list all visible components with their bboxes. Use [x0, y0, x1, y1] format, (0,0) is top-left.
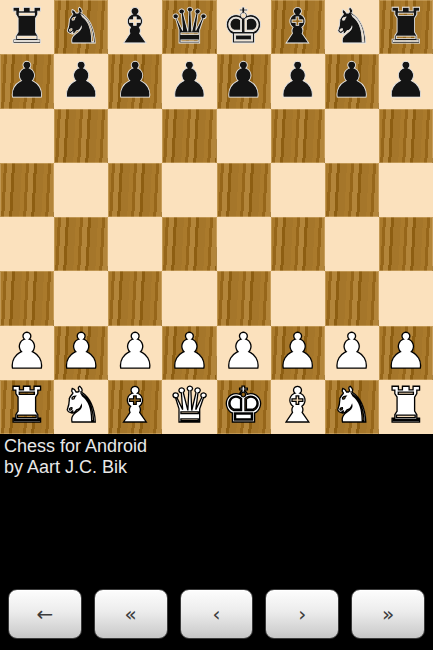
- square-h2[interactable]: ♟: [379, 326, 433, 380]
- square-d1[interactable]: ♛: [162, 380, 216, 434]
- square-c5[interactable]: [108, 163, 162, 217]
- piece-black-knight: ♞: [330, 2, 374, 51]
- square-e1[interactable]: ♚: [217, 380, 271, 434]
- square-c3[interactable]: [108, 271, 162, 325]
- piece-white-queen: ♛: [167, 381, 211, 430]
- square-d8[interactable]: ♛: [162, 0, 216, 54]
- square-b7[interactable]: ♟: [54, 54, 108, 108]
- piece-black-queen: ♛: [167, 2, 211, 51]
- square-g3[interactable]: [325, 271, 379, 325]
- piece-white-pawn: ♟: [113, 327, 157, 376]
- piece-white-pawn: ♟: [167, 327, 211, 376]
- square-a2[interactable]: ♟: [0, 326, 54, 380]
- square-d4[interactable]: [162, 217, 216, 271]
- square-b6[interactable]: [54, 109, 108, 163]
- jump-start-button[interactable]: «: [94, 589, 168, 639]
- square-e7[interactable]: ♟: [217, 54, 271, 108]
- background-spacer: [0, 481, 433, 589]
- piece-white-pawn: ♟: [384, 327, 428, 376]
- jump-end-button[interactable]: »: [351, 589, 425, 639]
- piece-black-rook: ♜: [5, 2, 49, 51]
- square-h6[interactable]: [379, 109, 433, 163]
- square-e3[interactable]: [217, 271, 271, 325]
- piece-white-bishop: ♝: [276, 381, 320, 430]
- square-e5[interactable]: [217, 163, 271, 217]
- piece-white-pawn: ♟: [276, 327, 320, 376]
- square-d3[interactable]: [162, 271, 216, 325]
- piece-white-pawn: ♟: [59, 327, 103, 376]
- square-f4[interactable]: [271, 217, 325, 271]
- square-g4[interactable]: [325, 217, 379, 271]
- square-e4[interactable]: [217, 217, 271, 271]
- piece-white-knight: ♞: [330, 381, 374, 430]
- piece-black-pawn: ♟: [276, 56, 320, 105]
- square-f7[interactable]: ♟: [271, 54, 325, 108]
- piece-black-bishop: ♝: [113, 2, 157, 51]
- square-c8[interactable]: ♝: [108, 0, 162, 54]
- square-c4[interactable]: [108, 217, 162, 271]
- square-b4[interactable]: [54, 217, 108, 271]
- piece-white-pawn: ♟: [5, 327, 49, 376]
- square-g6[interactable]: [325, 109, 379, 163]
- square-b1[interactable]: ♞: [54, 380, 108, 434]
- square-b3[interactable]: [54, 271, 108, 325]
- piece-black-pawn: ♟: [113, 56, 157, 105]
- square-a4[interactable]: [0, 217, 54, 271]
- square-a7[interactable]: ♟: [0, 54, 54, 108]
- square-a8[interactable]: ♜: [0, 0, 54, 54]
- square-f5[interactable]: [271, 163, 325, 217]
- square-d2[interactable]: ♟: [162, 326, 216, 380]
- piece-black-pawn: ♟: [5, 56, 49, 105]
- piece-black-pawn: ♟: [330, 56, 374, 105]
- square-c6[interactable]: [108, 109, 162, 163]
- navigation-bar: ← « ‹ › »: [0, 589, 433, 650]
- piece-white-bishop: ♝: [113, 381, 157, 430]
- back-arrow-button[interactable]: ←: [8, 589, 82, 639]
- square-h5[interactable]: [379, 163, 433, 217]
- piece-black-pawn: ♟: [167, 56, 211, 105]
- square-e2[interactable]: ♟: [217, 326, 271, 380]
- square-c2[interactable]: ♟: [108, 326, 162, 380]
- square-h4[interactable]: [379, 217, 433, 271]
- square-g2[interactable]: ♟: [325, 326, 379, 380]
- square-e6[interactable]: [217, 109, 271, 163]
- chess-board: ♜♞♝♛♚♝♞♜♟♟♟♟♟♟♟♟♟♟♟♟♟♟♟♟♜♞♝♛♚♝♞♜: [0, 0, 433, 434]
- piece-white-pawn: ♟: [330, 327, 374, 376]
- square-a6[interactable]: [0, 109, 54, 163]
- square-f8[interactable]: ♝: [271, 0, 325, 54]
- square-a3[interactable]: [0, 271, 54, 325]
- square-h1[interactable]: ♜: [379, 380, 433, 434]
- piece-white-pawn: ♟: [222, 327, 266, 376]
- app-title: Chess for Android: [4, 436, 429, 457]
- piece-black-king: ♚: [222, 2, 266, 51]
- app-screen: ♜♞♝♛♚♝♞♜♟♟♟♟♟♟♟♟♟♟♟♟♟♟♟♟♜♞♝♛♚♝♞♜ Chess f…: [0, 0, 433, 650]
- step-back-button[interactable]: ‹: [180, 589, 254, 639]
- piece-black-rook: ♜: [384, 2, 428, 51]
- square-d5[interactable]: [162, 163, 216, 217]
- square-d7[interactable]: ♟: [162, 54, 216, 108]
- step-forward-button[interactable]: ›: [265, 589, 339, 639]
- square-a5[interactable]: [0, 163, 54, 217]
- square-h7[interactable]: ♟: [379, 54, 433, 108]
- square-c1[interactable]: ♝: [108, 380, 162, 434]
- piece-black-knight: ♞: [59, 2, 103, 51]
- square-f2[interactable]: ♟: [271, 326, 325, 380]
- piece-black-pawn: ♟: [59, 56, 103, 105]
- square-h3[interactable]: [379, 271, 433, 325]
- piece-black-pawn: ♟: [384, 56, 428, 105]
- square-a1[interactable]: ♜: [0, 380, 54, 434]
- piece-white-rook: ♜: [384, 381, 428, 430]
- piece-white-rook: ♜: [5, 381, 49, 430]
- square-c7[interactable]: ♟: [108, 54, 162, 108]
- piece-black-pawn: ♟: [222, 56, 266, 105]
- app-author: by Aart J.C. Bik: [4, 457, 429, 478]
- square-h8[interactable]: ♜: [379, 0, 433, 54]
- square-d6[interactable]: [162, 109, 216, 163]
- square-f3[interactable]: [271, 271, 325, 325]
- square-b2[interactable]: ♟: [54, 326, 108, 380]
- square-f1[interactable]: ♝: [271, 380, 325, 434]
- piece-white-knight: ♞: [59, 381, 103, 430]
- square-f6[interactable]: [271, 109, 325, 163]
- square-g7[interactable]: ♟: [325, 54, 379, 108]
- square-b5[interactable]: [54, 163, 108, 217]
- app-caption: Chess for Android by Aart J.C. Bik: [0, 434, 433, 481]
- square-b8[interactable]: ♞: [54, 0, 108, 54]
- square-g1[interactable]: ♞: [325, 380, 379, 434]
- square-g8[interactable]: ♞: [325, 0, 379, 54]
- square-g5[interactable]: [325, 163, 379, 217]
- piece-black-bishop: ♝: [276, 2, 320, 51]
- square-e8[interactable]: ♚: [217, 0, 271, 54]
- piece-white-king: ♚: [222, 381, 266, 430]
